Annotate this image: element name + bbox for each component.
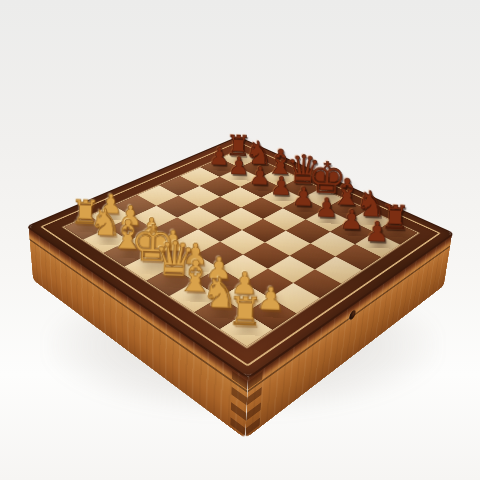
piece-black-knight: ♞ bbox=[244, 138, 272, 169]
piece-black-rook: ♜ bbox=[225, 132, 253, 160]
square-d4 bbox=[198, 218, 242, 242]
piece-black-pawn: ♟ bbox=[205, 145, 233, 168]
piece-black-knight: ♞ bbox=[354, 187, 386, 221]
piece-black-king: ♚ bbox=[307, 158, 338, 200]
square-a1: ♜ bbox=[64, 216, 109, 240]
finger-hole-icon bbox=[349, 309, 356, 322]
piece-black-queen: ♛ bbox=[285, 151, 315, 189]
piece-black-bishop: ♝ bbox=[330, 175, 361, 210]
square-h3 bbox=[270, 283, 320, 313]
piece-black-bishop: ♝ bbox=[264, 146, 293, 179]
studio-scene: ♜♞♝♛♚♝♞♜♟♟♟♟♟♟♟♟♟♟♟♟♟♟♟♟♜♞♝♚♛♝♞♜ bbox=[0, 0, 480, 480]
